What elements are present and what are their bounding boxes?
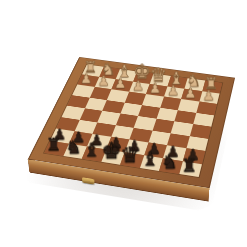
black-bishop: ♝ — [82, 140, 102, 159]
chess-set-box: ♜♞♝♚♛♝♞♜♟♟♟♟♟♟♟♟♟♟♟♟♟♟♟♟♜♞♝♚♛♝♞♜ — [28, 57, 235, 188]
white-bishop: ♝ — [167, 69, 185, 86]
board-square: ♟ — [182, 148, 205, 164]
board-square — [196, 102, 217, 116]
board-square — [67, 95, 89, 108]
board-square: ♟ — [144, 142, 167, 157]
white-rook: ♜ — [202, 76, 220, 91]
board-square: ♛ — [120, 152, 144, 168]
black-pawn: ♟ — [183, 147, 203, 162]
white-king: ♚ — [133, 62, 151, 82]
white-queen: ♛ — [150, 65, 168, 84]
board-square — [120, 102, 142, 116]
board-grid: ♜♞♝♚♛♝♞♜♟♟♟♟♟♟♟♟♟♟♟♟♟♟♟♟♜♞♝♚♛♝♞♜ — [44, 65, 222, 178]
board-square — [193, 113, 214, 127]
black-pawn: ♟ — [50, 127, 69, 142]
board-square — [97, 111, 120, 125]
board-square — [186, 136, 208, 151]
white-bishop: ♝ — [116, 63, 133, 80]
board-square — [111, 125, 134, 140]
board-square — [178, 99, 199, 113]
white-knight: ♞ — [185, 73, 203, 89]
white-rook: ♜ — [82, 60, 99, 75]
board-square: ♟ — [69, 131, 93, 146]
black-rook: ♜ — [44, 137, 64, 154]
product-photo: ♜♞♝♚♛♝♞♜♟♟♟♟♟♟♟♟♟♟♟♟♟♟♟♟♜♞♝♚♛♝♞♜ — [0, 0, 247, 247]
board-square: ♜ — [44, 140, 68, 155]
board-square: ♞ — [63, 143, 87, 159]
board-square — [62, 106, 85, 120]
board-square: ♜ — [179, 161, 202, 177]
board-square — [72, 84, 94, 97]
board-square: ♟ — [106, 137, 129, 152]
white-knight: ♞ — [99, 61, 116, 77]
black-pawn: ♟ — [106, 135, 125, 150]
